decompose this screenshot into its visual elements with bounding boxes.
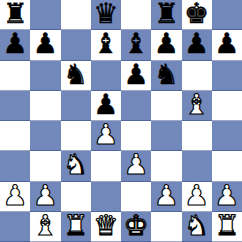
square-f4[interactable] xyxy=(151,121,181,151)
square-c1[interactable]: ♜ xyxy=(61,212,91,242)
square-g2[interactable]: ♟ xyxy=(182,182,212,212)
square-d1[interactable]: ♛ xyxy=(91,212,121,242)
square-f3[interactable] xyxy=(151,151,181,181)
square-c7[interactable] xyxy=(61,30,91,60)
square-e6[interactable]: ♟ xyxy=(121,61,151,91)
square-b6[interactable] xyxy=(30,61,60,91)
piece-black-rook: ♜ xyxy=(3,0,28,28)
square-f2[interactable]: ♟ xyxy=(151,182,181,212)
piece-black-king: ♚ xyxy=(184,0,209,28)
piece-black-bishop: ♝ xyxy=(93,30,118,58)
piece-black-pawn: ♟ xyxy=(93,91,118,119)
square-b7[interactable]: ♟ xyxy=(30,30,60,60)
square-g6[interactable] xyxy=(182,61,212,91)
piece-black-knight: ♞ xyxy=(63,61,88,89)
square-a6[interactable] xyxy=(0,61,30,91)
piece-black-pawn: ♟ xyxy=(184,30,209,58)
piece-white-pawn: ♟ xyxy=(93,121,118,149)
piece-white-pawn: ♟ xyxy=(154,182,179,210)
piece-white-rook: ♜ xyxy=(63,212,88,240)
piece-black-pawn: ♟ xyxy=(214,30,239,58)
piece-black-queen: ♛ xyxy=(93,0,118,28)
square-d2[interactable] xyxy=(91,182,121,212)
square-d4[interactable]: ♟ xyxy=(91,121,121,151)
square-e5[interactable] xyxy=(121,91,151,121)
square-d6[interactable] xyxy=(91,61,121,91)
square-g3[interactable] xyxy=(182,151,212,181)
piece-white-bishop: ♝ xyxy=(184,91,209,119)
piece-white-pawn: ♟ xyxy=(184,182,209,210)
square-g4[interactable] xyxy=(182,121,212,151)
square-c2[interactable] xyxy=(61,182,91,212)
square-h6[interactable] xyxy=(212,61,242,91)
piece-black-rook: ♜ xyxy=(154,0,179,28)
square-b8[interactable] xyxy=(30,0,60,30)
square-c4[interactable] xyxy=(61,121,91,151)
piece-white-rook: ♜ xyxy=(214,212,239,240)
chess-board: ♜♛♜♚♟♟♝♝♟♟♟♞♟♞♟♝♟♞♟♟♟♟♟♟♝♜♛♚♞♜ xyxy=(0,0,242,242)
square-f1[interactable] xyxy=(151,212,181,242)
square-d7[interactable]: ♝ xyxy=(91,30,121,60)
square-a7[interactable]: ♟ xyxy=(0,30,30,60)
square-e2[interactable] xyxy=(121,182,151,212)
piece-black-pawn: ♟ xyxy=(33,30,58,58)
square-b3[interactable] xyxy=(30,151,60,181)
piece-black-bishop: ♝ xyxy=(124,30,149,58)
square-e1[interactable]: ♚ xyxy=(121,212,151,242)
square-f7[interactable]: ♟ xyxy=(151,30,181,60)
square-a4[interactable] xyxy=(0,121,30,151)
square-a8[interactable]: ♜ xyxy=(0,0,30,30)
square-h4[interactable] xyxy=(212,121,242,151)
square-h3[interactable] xyxy=(212,151,242,181)
square-h1[interactable]: ♜ xyxy=(212,212,242,242)
piece-black-pawn: ♟ xyxy=(154,30,179,58)
square-f5[interactable] xyxy=(151,91,181,121)
square-c3[interactable]: ♞ xyxy=(61,151,91,181)
square-g7[interactable]: ♟ xyxy=(182,30,212,60)
square-f6[interactable]: ♞ xyxy=(151,61,181,91)
square-e3[interactable]: ♟ xyxy=(121,151,151,181)
piece-black-knight: ♞ xyxy=(154,61,179,89)
piece-white-pawn: ♟ xyxy=(3,182,28,210)
square-e8[interactable] xyxy=(121,0,151,30)
piece-white-knight: ♞ xyxy=(63,151,88,179)
square-c8[interactable] xyxy=(61,0,91,30)
piece-white-pawn: ♟ xyxy=(124,151,149,179)
piece-white-bishop: ♝ xyxy=(33,212,58,240)
piece-black-pawn: ♟ xyxy=(3,30,28,58)
square-h5[interactable] xyxy=(212,91,242,121)
square-b1[interactable]: ♝ xyxy=(30,212,60,242)
piece-black-pawn: ♟ xyxy=(124,61,149,89)
piece-white-king: ♚ xyxy=(124,212,149,240)
square-d8[interactable]: ♛ xyxy=(91,0,121,30)
square-c5[interactable] xyxy=(61,91,91,121)
square-a5[interactable] xyxy=(0,91,30,121)
square-a3[interactable] xyxy=(0,151,30,181)
square-h7[interactable]: ♟ xyxy=(212,30,242,60)
square-g8[interactable]: ♚ xyxy=(182,0,212,30)
square-a2[interactable]: ♟ xyxy=(0,182,30,212)
square-e4[interactable] xyxy=(121,121,151,151)
square-e7[interactable]: ♝ xyxy=(121,30,151,60)
square-b2[interactable]: ♟ xyxy=(30,182,60,212)
square-d5[interactable]: ♟ xyxy=(91,91,121,121)
piece-white-knight: ♞ xyxy=(184,212,209,240)
square-h2[interactable]: ♟ xyxy=(212,182,242,212)
square-h8[interactable] xyxy=(212,0,242,30)
square-g5[interactable]: ♝ xyxy=(182,91,212,121)
square-b5[interactable] xyxy=(30,91,60,121)
piece-white-queen: ♛ xyxy=(93,212,118,240)
square-c6[interactable]: ♞ xyxy=(61,61,91,91)
square-b4[interactable] xyxy=(30,121,60,151)
piece-white-pawn: ♟ xyxy=(214,182,239,210)
square-d3[interactable] xyxy=(91,151,121,181)
square-g1[interactable]: ♞ xyxy=(182,212,212,242)
piece-white-pawn: ♟ xyxy=(33,182,58,210)
square-a1[interactable] xyxy=(0,212,30,242)
square-f8[interactable]: ♜ xyxy=(151,0,181,30)
